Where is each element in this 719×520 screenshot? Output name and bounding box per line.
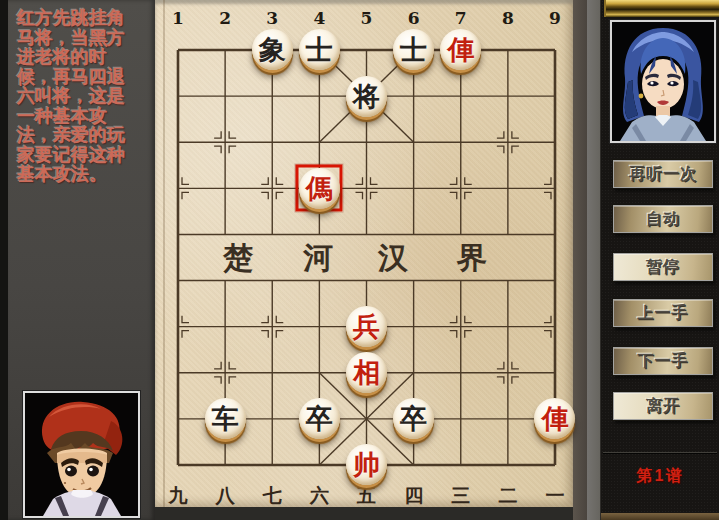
file-label-top: 1 bbox=[165, 8, 191, 28]
status-badge: 第1谱 bbox=[601, 466, 719, 487]
piece-black-chariot[interactable]: 车 bbox=[202, 396, 249, 442]
file-label-top: 4 bbox=[306, 8, 332, 28]
board-lower-edge bbox=[155, 507, 573, 520]
button-prev-move[interactable]: 上一手 bbox=[613, 299, 713, 327]
tutorial-text: 红方先跳挂角马将，当黑方进老将的时候，再马四退六叫将，这是一种基本攻法，亲爱的玩… bbox=[17, 9, 153, 185]
button-auto[interactable]: 自动 bbox=[613, 205, 713, 233]
tutorial-panel: 红方先跳挂角马将，当黑方进老将的时候，再马四退六叫将，这是一种基本攻法，亲爱的玩… bbox=[0, 0, 155, 520]
red-piece-glyph: 兵 bbox=[346, 306, 387, 347]
piece-black-soldier-right[interactable]: 卒 bbox=[390, 396, 437, 442]
black-piece-glyph: 车 bbox=[205, 398, 246, 439]
board-right-shadow bbox=[573, 0, 587, 520]
piece-black-advisor-left[interactable]: 士 bbox=[296, 27, 343, 73]
gold-frame-edge bbox=[604, 0, 719, 17]
file-label-top: 3 bbox=[259, 8, 285, 28]
file-label-top: 9 bbox=[542, 8, 568, 28]
piece-red-chariot-bottom[interactable]: 俥 bbox=[531, 396, 578, 442]
xiangqi-game-window: 红方先跳挂角马将，当黑方进老将的时候，再马四退六叫将，这是一种基本攻法，亲爱的玩… bbox=[0, 0, 719, 520]
red-piece-glyph: 傌 bbox=[299, 168, 340, 209]
button-pause[interactable]: 暂停 bbox=[613, 253, 713, 281]
red-piece-glyph: 俥 bbox=[440, 29, 481, 70]
tutorial-line: 候，再马四退 bbox=[17, 68, 153, 88]
xiangqi-board[interactable]: 123456789 楚河汉界 九八七六五四三二一 象士士俥将傌兵相车卒卒俥帅 bbox=[155, 0, 573, 507]
black-piece-glyph: 士 bbox=[393, 29, 434, 70]
black-piece-glyph: 卒 bbox=[299, 398, 340, 439]
tutorial-line: 马将，当黑方 bbox=[17, 29, 153, 49]
panel-divider-bar bbox=[587, 0, 600, 520]
pieces-layer: 象士士俥将傌兵相车卒卒俥帅 bbox=[154, 27, 578, 488]
piece-red-soldier[interactable]: 兵 bbox=[343, 304, 390, 350]
black-piece-glyph: 士 bbox=[299, 29, 340, 70]
tutorial-line: 一种基本攻 bbox=[17, 107, 153, 127]
file-label-top: 8 bbox=[495, 8, 521, 28]
panel-bottom-edge bbox=[601, 513, 719, 520]
bottom-left-portrait-frame bbox=[23, 391, 140, 518]
tutorial-line: 六叫将，这是 bbox=[17, 87, 153, 107]
tutorial-line: 进老将的时 bbox=[17, 48, 153, 68]
top-right-portrait-frame bbox=[610, 20, 716, 143]
button-next-move[interactable]: 下一手 bbox=[613, 347, 713, 375]
black-piece-glyph: 象 bbox=[252, 29, 293, 70]
boy-portrait bbox=[25, 393, 138, 516]
tutorial-line: 家要记得这种 bbox=[17, 146, 153, 166]
panel-divider-line bbox=[603, 452, 717, 453]
red-piece-glyph: 帅 bbox=[346, 444, 387, 485]
file-label-top: 6 bbox=[401, 8, 427, 28]
file-label-top: 5 bbox=[354, 8, 380, 28]
tutorial-line: 法，亲爱的玩 bbox=[17, 126, 153, 146]
piece-black-elephant[interactable]: 象 bbox=[249, 27, 296, 73]
piece-red-general[interactable]: 帅 bbox=[343, 442, 390, 488]
button-leave[interactable]: 离开 bbox=[613, 392, 713, 420]
control-panel: 再听一次自动暂停上一手下一手离开 第1谱 bbox=[600, 0, 719, 520]
piece-red-chariot-top[interactable]: 俥 bbox=[437, 27, 484, 73]
tutorial-line: 红方先跳挂角 bbox=[17, 9, 153, 29]
piece-red-elephant[interactable]: 相 bbox=[343, 350, 390, 396]
file-label-top: 7 bbox=[448, 8, 474, 28]
red-piece-glyph: 相 bbox=[346, 352, 387, 393]
black-piece-glyph: 卒 bbox=[393, 398, 434, 439]
button-replay[interactable]: 再听一次 bbox=[613, 160, 713, 188]
woman-portrait bbox=[612, 22, 714, 141]
piece-red-horse[interactable]: 傌 bbox=[296, 165, 343, 211]
piece-black-advisor-right[interactable]: 士 bbox=[390, 27, 437, 73]
red-piece-glyph: 俥 bbox=[534, 398, 575, 439]
piece-black-soldier-left[interactable]: 卒 bbox=[296, 396, 343, 442]
file-label-top: 2 bbox=[212, 8, 238, 28]
tutorial-line: 基本攻法。 bbox=[17, 165, 153, 185]
black-piece-glyph: 将 bbox=[346, 76, 387, 117]
piece-black-general[interactable]: 将 bbox=[343, 73, 390, 119]
